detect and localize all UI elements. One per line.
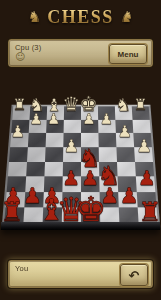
square-a4[interactable]	[8, 162, 27, 177]
menu-button[interactable]: Menu	[109, 44, 147, 64]
piece-cream-pawn-h5[interactable]: ♟	[131, 138, 157, 156]
piece-cream-rook-h8[interactable]: ♜	[129, 98, 152, 114]
undo-button[interactable]: ↶	[120, 264, 148, 286]
chess-app: ♞ CHESS ♞ Cpu (3) ☺ Menu ♜♞♝♛♚♞♜♟♟♟♟♟♟♟♟…	[0, 0, 161, 300]
cpu-player-bar: Cpu (3) ☺ Menu	[8, 39, 153, 67]
knight-icon-left: ♞	[28, 10, 41, 25]
app-title: CHESS	[47, 8, 114, 26]
piece-red-king-e1[interactable]: ♚	[65, 192, 117, 226]
piece-cream-pawn-c7[interactable]: ♟	[43, 112, 65, 127]
piece-red-rook-h1[interactable]: ♜	[130, 199, 161, 225]
square-b4[interactable]	[26, 162, 45, 177]
you-player-label: You	[15, 264, 28, 273]
square-b5[interactable]	[27, 147, 46, 161]
title-bar: ♞ CHESS ♞	[0, 4, 161, 30]
square-a5[interactable]	[9, 147, 28, 161]
you-player-bar: You ↶	[8, 260, 153, 288]
piece-red-rook-a1[interactable]: ♜	[0, 199, 32, 225]
square-b6[interactable]	[28, 133, 46, 147]
piece-cream-pawn-a6[interactable]: ♟	[6, 124, 30, 140]
knight-icon-right: ♞	[120, 10, 133, 25]
smiley-icon: ☺	[15, 52, 25, 62]
